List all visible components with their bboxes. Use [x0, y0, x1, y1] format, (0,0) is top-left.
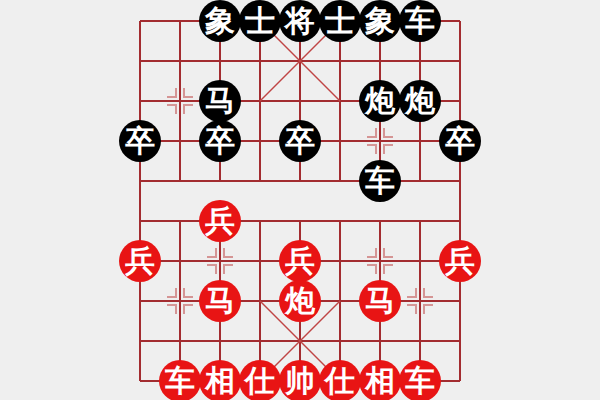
point-marker	[384, 145, 393, 154]
piece-black-rook[interactable]: 车	[399, 0, 441, 42]
piece-black-horse[interactable]: 马	[199, 80, 241, 122]
point-marker	[367, 248, 376, 257]
point-marker	[207, 248, 216, 257]
point-marker	[184, 88, 193, 97]
piece-black-pawn[interactable]: 卒	[439, 120, 481, 162]
piece-red-cannon[interactable]: 炮	[279, 280, 321, 322]
piece-red-elephant[interactable]: 相	[359, 360, 401, 400]
piece-red-horse[interactable]: 马	[199, 280, 241, 322]
point-marker	[384, 248, 393, 257]
piece-red-pawn[interactable]: 兵	[279, 240, 321, 282]
point-marker	[407, 305, 416, 314]
xiangqi-board[interactable]: 象士将士象车马炮炮卒卒卒卒车兵兵兵兵马炮马车相仕帅仕相车	[0, 0, 600, 400]
piece-black-advisor[interactable]: 士	[319, 0, 361, 42]
piece-black-advisor[interactable]: 士	[239, 0, 281, 42]
point-marker	[167, 105, 176, 114]
piece-red-horse[interactable]: 马	[359, 280, 401, 322]
point-marker	[184, 305, 193, 314]
piece-black-cannon[interactable]: 炮	[399, 80, 441, 122]
board-grid	[0, 0, 600, 400]
point-marker	[424, 288, 433, 297]
point-marker	[367, 265, 376, 274]
point-marker	[167, 288, 176, 297]
point-marker	[367, 145, 376, 154]
piece-red-rook[interactable]: 车	[159, 360, 201, 400]
piece-red-advisor[interactable]: 仕	[239, 360, 281, 400]
piece-red-pawn[interactable]: 兵	[119, 240, 161, 282]
point-marker	[184, 288, 193, 297]
piece-red-advisor[interactable]: 仕	[319, 360, 361, 400]
piece-black-elephant[interactable]: 象	[359, 0, 401, 42]
piece-red-pawn[interactable]: 兵	[199, 200, 241, 242]
piece-red-pawn[interactable]: 兵	[439, 240, 481, 282]
point-marker	[407, 288, 416, 297]
point-marker	[384, 265, 393, 274]
point-marker	[184, 105, 193, 114]
piece-red-elephant[interactable]: 相	[199, 360, 241, 400]
piece-red-king[interactable]: 帅	[279, 360, 321, 400]
point-marker	[224, 248, 233, 257]
point-marker	[224, 265, 233, 274]
piece-black-elephant[interactable]: 象	[199, 0, 241, 42]
piece-black-pawn[interactable]: 卒	[279, 120, 321, 162]
point-marker	[207, 265, 216, 274]
point-marker	[424, 305, 433, 314]
point-marker	[384, 128, 393, 137]
piece-black-pawn[interactable]: 卒	[199, 120, 241, 162]
point-marker	[367, 128, 376, 137]
piece-black-rook[interactable]: 车	[359, 160, 401, 202]
point-marker	[167, 305, 176, 314]
piece-black-king[interactable]: 将	[279, 0, 321, 42]
point-marker	[167, 88, 176, 97]
piece-black-cannon[interactable]: 炮	[359, 80, 401, 122]
piece-black-pawn[interactable]: 卒	[119, 120, 161, 162]
piece-red-rook[interactable]: 车	[399, 360, 441, 400]
